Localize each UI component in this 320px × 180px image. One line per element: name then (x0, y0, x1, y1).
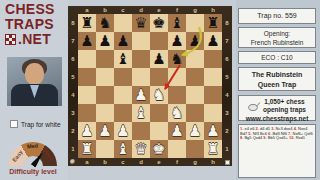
promo-line1: 1,050+ chess (263, 98, 306, 106)
square-b2-white-pawn: ♟ (96, 122, 114, 140)
square-c2-white-pawn: ♟ (114, 122, 132, 140)
video-frame: CHESS TRAPS .NET Trap for white Easy Med… (0, 0, 320, 180)
mouse-icon (248, 102, 260, 111)
eco-box: ECO : C10 (238, 51, 316, 64)
rank-label-1: 1 (68, 140, 78, 158)
square-d2 (132, 122, 150, 140)
rank-label-4: 4 (68, 86, 78, 104)
square-d6 (132, 50, 150, 68)
info-panel: Trap no. 559 Opening: French Rubinstein … (236, 0, 320, 180)
opening-label: Opening: (239, 29, 315, 38)
square-h1-white-rook: ♜ (204, 140, 222, 158)
square-a8-black-rook: ♜ (78, 14, 96, 32)
opening-name: French Rubinstein (239, 38, 315, 47)
trap-number-box: Trap no. 559 (238, 8, 316, 24)
checkerboard-icon (5, 34, 16, 45)
rank-label-1: 1 (222, 140, 232, 158)
logo-line-net: .NET (18, 32, 51, 47)
square-h5 (204, 68, 222, 86)
square-b8-black-knight: ♞ (96, 14, 114, 32)
file-label-g: g (186, 158, 204, 166)
rank-label-3: 3 (222, 104, 232, 122)
square-e7 (150, 32, 168, 50)
square-g7-black-pawn: ♟ (186, 32, 204, 50)
square-h2-white-pawn: ♟ (204, 122, 222, 140)
square-g3 (186, 104, 204, 122)
move-list-box: 1. e4 e6 2. d4 d5 3. Nc3 dxe4 4. Nxe4 Bd… (238, 124, 316, 178)
square-e2 (150, 122, 168, 140)
square-a2-white-pawn: ♟ (78, 122, 96, 140)
square-g8 (186, 14, 204, 32)
trap-for-white-option[interactable]: Trap for white (10, 120, 61, 128)
file-label-g: g (186, 6, 204, 14)
square-e5 (150, 68, 168, 86)
square-d1-white-queen: ♛ (132, 140, 150, 158)
square-e1-white-king: ♚ (150, 140, 168, 158)
file-label-a: a (78, 6, 96, 14)
square-e6-black-pawn: ♟ (150, 50, 168, 68)
file-label-e: e (150, 6, 168, 14)
trap-for-white-checkbox[interactable] (10, 120, 18, 128)
square-d8-black-queen: ♛ (132, 14, 150, 32)
square-f1 (168, 140, 186, 158)
square-e8-black-king: ♚ (150, 14, 168, 32)
file-labels-bottom: abcdefgh (78, 158, 222, 166)
square-a6 (78, 50, 96, 68)
rank-label-6: 6 (68, 50, 78, 68)
square-f5 (168, 68, 186, 86)
promo-line2: opening traps (263, 106, 306, 114)
trap-name-line1: The Rubinstein (239, 70, 315, 80)
opening-box: Opening: French Rubinstein (238, 27, 316, 48)
rank-label-8: 8 (222, 14, 232, 32)
square-h8-black-rook: ♜ (204, 14, 222, 32)
square-d7 (132, 32, 150, 50)
trap-number: Trap no. 559 (257, 12, 296, 19)
square-a3 (78, 104, 96, 122)
site-logo: CHESS TRAPS .NET (5, 2, 55, 47)
square-c7-black-pawn: ♟ (114, 32, 132, 50)
square-c1-white-bishop: ♝ (114, 140, 132, 158)
square-f6-black-knight: ♞ (168, 50, 186, 68)
rank-label-5: 5 (68, 68, 78, 86)
square-b3 (96, 104, 114, 122)
rank-labels-right: 87654321 (222, 14, 232, 158)
square-f8-black-bishop: ♝ (168, 14, 186, 32)
square-h7-black-pawn: ♟ (204, 32, 222, 50)
trap-name-box: The Rubinstein Queen Trap (238, 67, 316, 91)
square-c3 (114, 104, 132, 122)
file-label-c: c (114, 6, 132, 14)
square-h4 (204, 86, 222, 104)
square-g6 (186, 50, 204, 68)
promo-box: 1,050+ chess opening traps www.chesstrap… (238, 95, 316, 121)
square-d5 (132, 68, 150, 86)
file-label-e: e (150, 158, 168, 166)
square-h6 (204, 50, 222, 68)
file-label-c: c (114, 158, 132, 166)
square-c6-black-bishop: ♝ (114, 50, 132, 68)
square-a4 (78, 86, 96, 104)
chess-board: abcdefgh abcdefgh 87654321 87654321 ♜♞♛♚… (68, 6, 232, 166)
rank-labels-left: 87654321 (68, 14, 78, 158)
rank-label-6: 6 (222, 50, 232, 68)
logo-line-chess: CHESS (5, 2, 55, 17)
file-label-d: d (132, 158, 150, 166)
square-f4 (168, 86, 186, 104)
move-list: 1. e4 e6 2. d4 d5 3. Nc3 dxe4 4. Nxe4 Bd… (239, 125, 316, 140)
file-label-f: f (168, 6, 186, 14)
square-g1 (186, 140, 204, 158)
file-label-h: h (204, 158, 222, 166)
difficulty-level-label: Difficulty level (0, 168, 66, 175)
square-e4-white-knight: ♞ (150, 86, 168, 104)
square-c4 (114, 86, 132, 104)
rank-label-2: 2 (68, 122, 78, 140)
square-c5 (114, 68, 132, 86)
trap-name-line2: Queen Trap (239, 80, 315, 90)
photo-face (25, 63, 44, 85)
left-sidebar: CHESS TRAPS .NET Trap for white Easy Med… (0, 0, 68, 180)
square-a1-white-rook: ♜ (78, 140, 96, 158)
presenter-photo (7, 57, 62, 106)
square-g4 (186, 86, 204, 104)
rank-label-7: 7 (68, 32, 78, 50)
square-e3 (150, 104, 168, 122)
square-b5 (96, 68, 114, 86)
square-f3-white-knight: ♞ (168, 104, 186, 122)
file-label-a: a (78, 158, 96, 166)
file-label-b: b (96, 6, 114, 14)
square-b4 (96, 86, 114, 104)
square-b7-black-pawn: ♟ (96, 32, 114, 50)
white-to-move-indicator (225, 160, 230, 165)
rank-label-3: 3 (68, 104, 78, 122)
rank-label-4: 4 (222, 86, 232, 104)
file-labels-top: abcdefgh (78, 6, 222, 14)
eco-code: ECO : C10 (261, 54, 292, 61)
difficulty-gauge: Easy Med Hard (9, 142, 57, 166)
rank-label-5: 5 (222, 68, 232, 86)
corner-circle-icon (70, 159, 76, 165)
file-label-b: b (96, 158, 114, 166)
board-squares: ♜♞♛♚♝♜♟♟♟♟♟♟♝♟♞♟♞♝♞♟♟♟♟♟♟♜♝♛♚♜ (78, 14, 222, 158)
square-b6 (96, 50, 114, 68)
square-g2-white-pawn: ♟ (186, 122, 204, 140)
square-f7-black-pawn: ♟ (168, 32, 186, 50)
square-g5 (186, 68, 204, 86)
square-h3 (204, 104, 222, 122)
square-f2-white-pawn: ♟ (168, 122, 186, 140)
file-label-h: h (204, 6, 222, 14)
rank-label-2: 2 (222, 122, 232, 140)
square-d4-white-pawn: ♟ (132, 86, 150, 104)
file-label-d: d (132, 6, 150, 14)
file-label-f: f (168, 158, 186, 166)
trap-for-white-label: Trap for white (21, 121, 61, 128)
rank-label-7: 7 (222, 32, 232, 50)
square-d3-white-bishop: ♝ (132, 104, 150, 122)
square-b1 (96, 140, 114, 158)
gauge-label-med: Med (27, 142, 39, 149)
square-a7-black-pawn: ♟ (78, 32, 96, 50)
logo-line-traps: TRAPS (5, 17, 55, 32)
rank-label-8: 8 (68, 14, 78, 32)
square-a5 (78, 68, 96, 86)
square-c8 (114, 14, 132, 32)
website-link[interactable]: www.chesstraps.net (239, 115, 315, 123)
